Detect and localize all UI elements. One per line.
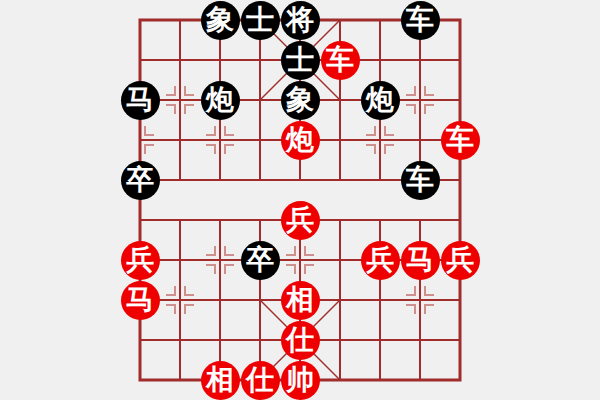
piece-red-chariot[interactable]: 车: [321, 41, 360, 80]
piece-red-horse[interactable]: 马: [401, 241, 440, 280]
piece-black-advisor[interactable]: 士: [241, 1, 280, 40]
piece-black-horse[interactable]: 马: [121, 81, 160, 120]
xiangqi-diagram: 象士将车士车马炮象炮炮车卒车兵兵卒兵马兵马相仕相仕帅: [0, 0, 600, 400]
piece-red-horse[interactable]: 马: [121, 281, 160, 320]
piece-red-soldier[interactable]: 兵: [441, 241, 480, 280]
piece-red-soldier[interactable]: 兵: [281, 201, 320, 240]
piece-red-general[interactable]: 帅: [281, 361, 320, 400]
piece-black-chariot[interactable]: 车: [401, 1, 440, 40]
piece-black-soldier[interactable]: 卒: [121, 161, 160, 200]
piece-black-chariot[interactable]: 车: [401, 161, 440, 200]
piece-black-general[interactable]: 将: [281, 1, 320, 40]
piece-black-elephant[interactable]: 象: [201, 1, 240, 40]
piece-red-soldier[interactable]: 兵: [361, 241, 400, 280]
piece-red-elephant[interactable]: 相: [201, 361, 240, 400]
piece-black-advisor[interactable]: 士: [281, 41, 320, 80]
piece-red-chariot[interactable]: 车: [441, 121, 480, 160]
piece-black-cannon[interactable]: 炮: [201, 81, 240, 120]
piece-red-elephant[interactable]: 相: [281, 281, 320, 320]
piece-black-soldier[interactable]: 卒: [241, 241, 280, 280]
piece-red-soldier[interactable]: 兵: [121, 241, 160, 280]
piece-red-cannon[interactable]: 炮: [281, 121, 320, 160]
piece-black-elephant[interactable]: 象: [281, 81, 320, 120]
piece-red-advisor[interactable]: 仕: [281, 321, 320, 360]
piece-red-advisor[interactable]: 仕: [241, 361, 280, 400]
piece-black-cannon[interactable]: 炮: [361, 81, 400, 120]
